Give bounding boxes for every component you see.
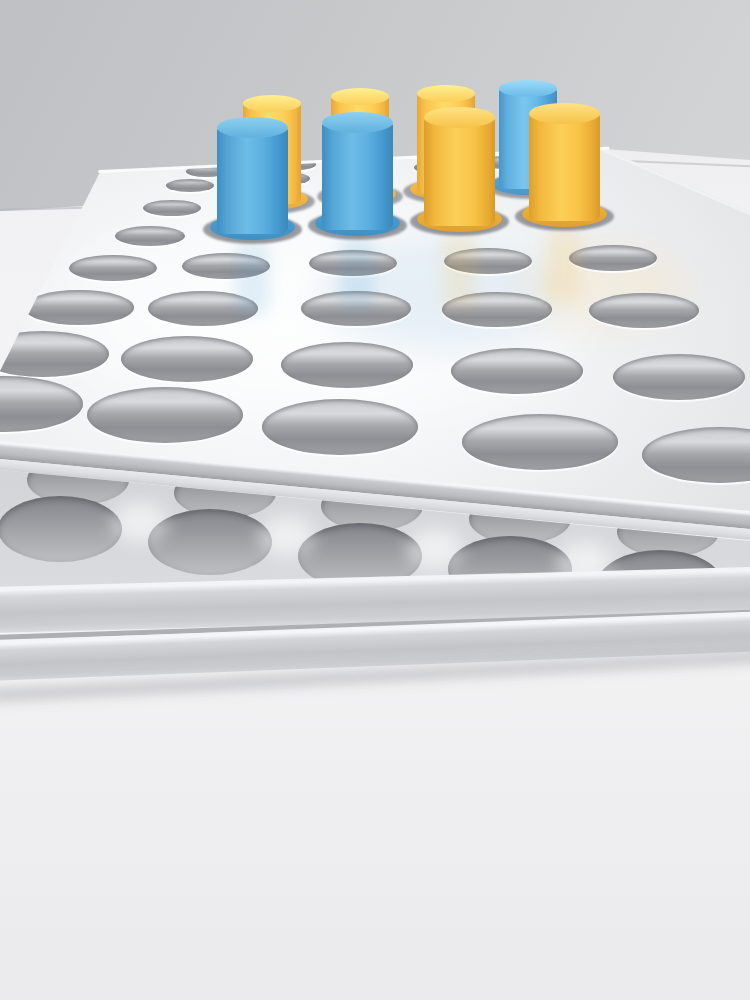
hole-r3c0[interactable] — [115, 226, 185, 246]
hole-r7c3[interactable] — [462, 414, 618, 470]
hole-r1c0[interactable] — [166, 179, 214, 192]
scene — [0, 0, 750, 1000]
hole-r5c0[interactable] — [24, 290, 134, 325]
hole-r7c2[interactable] — [262, 399, 418, 455]
peg-reflection — [547, 229, 581, 301]
peg-cap — [322, 112, 393, 133]
peg-body — [322, 123, 393, 230]
peg-cap — [499, 80, 557, 97]
lower-tier-highlight — [408, 529, 462, 569]
peg-cap — [529, 103, 600, 124]
hole-r2c0[interactable] — [143, 200, 201, 216]
peg-cap — [243, 95, 301, 112]
hole-r4c4[interactable] — [569, 245, 657, 271]
lower-tier-hole-front-0 — [0, 496, 122, 562]
peg-blue[interactable] — [322, 112, 393, 230]
peg-blue[interactable] — [217, 117, 288, 234]
hole-r7c0[interactable] — [0, 376, 83, 432]
hole-r7c1[interactable] — [87, 387, 243, 443]
hole-r6c1[interactable] — [121, 336, 253, 382]
peg-cap — [424, 107, 495, 128]
hole-r6c3[interactable] — [451, 348, 583, 394]
peg-cap — [217, 117, 288, 138]
peg-yellow[interactable] — [424, 107, 495, 226]
peg-reflection — [340, 238, 374, 310]
lower-tier-highlight — [113, 502, 167, 542]
hole-r6c2[interactable] — [281, 342, 413, 388]
hole-r6c4[interactable] — [613, 354, 745, 400]
peg-body — [529, 114, 600, 222]
peg-cap — [417, 85, 475, 102]
peg-reflection — [442, 234, 476, 306]
peg-reflection — [235, 242, 269, 314]
peg-body — [217, 128, 288, 234]
hole-r5c4[interactable] — [589, 293, 699, 328]
peg-yellow[interactable] — [529, 103, 600, 221]
peg-body — [424, 118, 495, 226]
lower-tier-highlight — [260, 516, 314, 556]
hole-r7c4[interactable] — [642, 427, 750, 483]
peg-cap — [331, 88, 389, 105]
